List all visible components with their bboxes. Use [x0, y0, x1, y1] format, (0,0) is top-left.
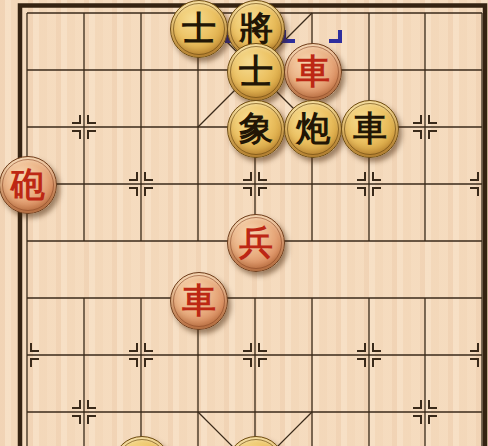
piece-black-advisor[interactable]: 士	[170, 0, 228, 58]
piece-character: 砲	[11, 167, 45, 201]
piece-character: 車	[182, 283, 216, 317]
piece-character: 車	[296, 54, 330, 88]
piece-black-soldier[interactable]: 卒	[113, 436, 171, 446]
piece-character: 兵	[239, 225, 273, 259]
piece-black-elephant[interactable]: 象	[227, 100, 285, 158]
xiangqi-board[interactable]: 士將士車象炮車砲兵車卒卒	[0, 0, 488, 446]
piece-black-cannon[interactable]: 炮	[284, 100, 342, 158]
piece-character: 炮	[296, 111, 330, 145]
piece-red-chariot[interactable]: 車	[170, 272, 228, 330]
piece-character: 車	[353, 111, 387, 145]
piece-character: 將	[239, 11, 273, 45]
piece-red-chariot[interactable]: 車	[284, 43, 342, 101]
piece-character: 象	[239, 111, 273, 145]
piece-character: 士	[239, 54, 273, 88]
piece-red-soldier[interactable]: 兵	[227, 214, 285, 272]
piece-black-advisor[interactable]: 士	[227, 43, 285, 101]
piece-red-cannon[interactable]: 砲	[0, 156, 57, 214]
piece-layer: 士將士車象炮車砲兵車卒卒	[0, 0, 488, 446]
piece-black-chariot[interactable]: 車	[341, 100, 399, 158]
piece-black-soldier[interactable]: 卒	[227, 436, 285, 446]
piece-character: 士	[182, 11, 216, 45]
